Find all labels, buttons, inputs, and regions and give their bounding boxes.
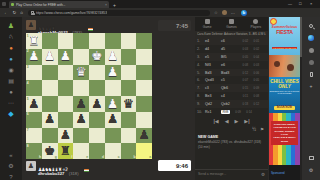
square-a6[interactable]: [136, 112, 152, 128]
lock-icon: [31, 11, 34, 13]
square-h2[interactable]: 2♟: [26, 49, 42, 65]
rank-label: 7: [27, 128, 29, 132]
square-c4[interactable]: [105, 80, 121, 96]
move-row[interactable]: 4.Nf3e60:080:03: [195, 61, 268, 69]
avatar[interactable]: ♟: [26, 161, 36, 171]
ad-footer: Sponsored: [269, 165, 300, 180]
address-bar[interactable]: https://www.chess.com/game/live/76983274…: [28, 10, 210, 16]
gear-icon[interactable]: ⚙: [308, 167, 314, 173]
square-a1[interactable]: [136, 33, 152, 49]
sidebar-item-news[interactable]: ▤: [0, 75, 22, 86]
edge-sidebar: + ⚙: [302, 17, 320, 180]
chat-input-row: Send a message... ⚙: [195, 169, 268, 178]
move-row[interactable]: 5.Bd3Bxd30:120:06: [195, 69, 268, 77]
rank-label: 8: [27, 144, 29, 148]
square-e7[interactable]: [73, 128, 89, 144]
shopping-icon[interactable]: [308, 47, 314, 53]
white-p-piece[interactable]: ♟: [105, 96, 121, 112]
move-number: 7.: [197, 86, 205, 90]
ad-header: Summerlicious FIESTA IT'S GOING TO BE FU…: [269, 17, 300, 55]
square-e6[interactable]: ♟: [73, 112, 89, 128]
top-player-clock: 7:45: [158, 20, 191, 31]
square-b5[interactable]: ♛: [121, 96, 137, 112]
resign-flag-icon[interactable]: ⚑: [260, 127, 264, 132]
ad-body: CHILL VIBES ONLY ENDLESS SPLASH IN THE S…: [269, 77, 300, 113]
square-b4[interactable]: [121, 80, 137, 96]
black-move-time: 0:12: [248, 102, 259, 106]
file-label: d: [102, 155, 104, 159]
square-f3[interactable]: [58, 65, 74, 81]
bottom-player-rating: (318): [69, 171, 79, 176]
square-e8[interactable]: e: [73, 143, 89, 159]
avatar[interactable]: ♟: [26, 20, 36, 30]
chesscom-favicon: [11, 3, 14, 6]
white-move[interactable]: d4: [205, 47, 221, 51]
square-a5[interactable]: [136, 96, 152, 112]
square-g4[interactable]: [42, 80, 58, 96]
white-p-piece[interactable]: ♟: [26, 49, 42, 65]
sort-icon[interactable]: ⇅: [263, 32, 266, 36]
ad-sponsored-label[interactable]: Sponsored: [271, 171, 285, 175]
square-h3[interactable]: 3: [26, 65, 42, 81]
last-move-button[interactable]: ▶|: [244, 118, 249, 124]
white-move[interactable]: c3: [205, 86, 221, 90]
square-f2[interactable]: ♟: [58, 49, 74, 65]
sidebar-item-play[interactable]: ♘: [0, 31, 22, 42]
square-c5[interactable]: ♟: [105, 96, 121, 112]
devices-icon[interactable]: [308, 155, 314, 161]
black-p-piece[interactable]: ♟: [73, 96, 89, 112]
square-e3[interactable]: ♛: [73, 65, 89, 81]
square-b2[interactable]: [121, 49, 137, 65]
person-icon: [253, 19, 258, 24]
black-move-time: 0:02: [248, 47, 259, 51]
white-move[interactable]: e4: [205, 39, 221, 43]
square-h6[interactable]: 6: [26, 112, 42, 128]
black-p-piece[interactable]: ♟: [136, 128, 152, 144]
top-captured-pieces: ♞♞♝♝♜: [38, 26, 55, 31]
ad-photo: [269, 55, 300, 77]
edge-copilot-icon[interactable]: b: [241, 10, 247, 16]
white-move[interactable]: Rc1: [205, 110, 221, 114]
board-icon: [205, 19, 210, 24]
sidebar-item-more[interactable]: ⋯: [0, 97, 22, 108]
white-move-time: 0:12: [237, 71, 248, 75]
plus-icon[interactable]: +: [308, 83, 314, 89]
square-h8[interactable]: 8h: [26, 143, 42, 159]
ad-line3: IT'S GOING TO BE FUN: [272, 47, 298, 49]
game-panel: Game Games Players Caro-Kann Defense: Ad…: [195, 17, 268, 180]
white-move-time: 0:09: [230, 110, 241, 114]
move-row[interactable]: 1.e4c60:020:01: [195, 37, 268, 45]
maximize-button[interactable]: □: [299, 1, 301, 6]
browser-toolbar: ← ↻ ⌂ https://www.chess.com/game/live/76…: [0, 8, 320, 17]
white-move-time: 0:03: [237, 47, 248, 51]
phone-icon[interactable]: [308, 71, 314, 77]
chat-input[interactable]: Send a message...: [198, 172, 261, 176]
sidebar-item-learn[interactable]: ●: [0, 53, 22, 64]
move-row[interactable]: 7.c3Qb60:150:09: [195, 84, 268, 92]
ad-logo: [270, 18, 277, 25]
move-row[interactable]: 9.Qd2Qxb20:180:12: [195, 100, 268, 108]
sidebar-item-chesscom-logo[interactable]: ♟: [0, 20, 22, 31]
white-move[interactable]: Qd2: [205, 102, 221, 106]
white-move-time: 0:07: [237, 78, 248, 82]
ad-book-now-button[interactable]: BOOK NOW: [274, 106, 295, 110]
black-q-piece[interactable]: ♛: [121, 96, 137, 112]
black-p-piece[interactable]: ♟: [26, 96, 42, 112]
move-number: 3.: [197, 55, 205, 59]
ad-subtext: ENDLESS SPLASH IN THE SUN THIS SUMMER: [269, 90, 300, 94]
black-r-piece[interactable]: ♜: [58, 143, 74, 159]
white-k-piece[interactable]: ♚: [89, 49, 105, 65]
square-h7[interactable]: 7: [26, 128, 42, 144]
square-a2[interactable]: [136, 49, 152, 65]
square-f1[interactable]: [58, 33, 74, 49]
square-g1[interactable]: [42, 33, 58, 49]
browser-titlebar: Play Chess Online for FREE with... × + —…: [0, 0, 320, 8]
close-tab-icon[interactable]: ×: [105, 3, 107, 7]
person-icon[interactable]: [308, 59, 314, 65]
square-f8[interactable]: f♜: [58, 143, 74, 159]
square-d4[interactable]: [89, 80, 105, 96]
square-g5[interactable]: [42, 96, 58, 112]
square-d6[interactable]: [89, 112, 105, 128]
chat-new-game-title: NEW GAME: [198, 135, 265, 139]
square-c1[interactable]: [105, 33, 121, 49]
next-move-button[interactable]: ▶: [235, 118, 239, 124]
black-move[interactable]: Bf5: [221, 55, 237, 59]
white-p-piece[interactable]: ♟: [105, 65, 121, 81]
square-b7[interactable]: [121, 128, 137, 144]
square-c2[interactable]: ♟: [105, 49, 121, 65]
ad-banner[interactable]: Summerlicious FIESTA IT'S GOING TO BE FU…: [269, 17, 300, 180]
url-text[interactable]: https://www.chess.com/game/live/76983274…: [36, 11, 108, 15]
square-f7[interactable]: ♟: [58, 128, 74, 144]
minimize-button[interactable]: —: [288, 1, 292, 6]
more-menu-icon[interactable]: …: [231, 10, 235, 15]
rank-label: 4: [27, 81, 29, 85]
flag-icon: [84, 169, 89, 172]
rank-label: 6: [27, 112, 29, 116]
rank-label: 3: [27, 65, 29, 69]
white-r-piece[interactable]: ♜: [26, 33, 42, 49]
move-number: 6.: [197, 78, 205, 82]
tab-games[interactable]: Games: [219, 17, 243, 31]
square-b1[interactable]: [121, 33, 137, 49]
black-move-time: 0:01: [248, 39, 259, 43]
square-e1[interactable]: [73, 33, 89, 49]
black-move[interactable]: Rf8: [221, 110, 230, 114]
square-h1[interactable]: 1♜: [26, 33, 42, 49]
black-move[interactable]: c5: [221, 78, 237, 82]
file-label: a: [149, 155, 151, 159]
white-move[interactable]: Be3: [205, 94, 221, 98]
panel-tabs: Game Games Players: [195, 17, 268, 31]
file-label: b: [133, 155, 135, 159]
square-d5[interactable]: ♟: [89, 96, 105, 112]
close-button[interactable]: ×: [310, 1, 312, 6]
ad-headline2: ONLY: [269, 84, 300, 89]
square-a4[interactable]: [136, 80, 152, 96]
black-move[interactable]: Bxd3: [221, 71, 237, 75]
black-p-piece[interactable]: ♟: [42, 112, 58, 128]
game-actions: ½ ⚑: [195, 126, 268, 133]
move-nav-controls: |◀ ◀ ▶ ▶|: [195, 116, 268, 126]
square-f6[interactable]: [58, 112, 74, 128]
square-g7[interactable]: [42, 128, 58, 144]
square-a8[interactable]: a: [136, 143, 152, 159]
square-c7[interactable]: [105, 128, 121, 144]
white-p-piece[interactable]: ♟: [105, 49, 121, 65]
black-move-time: 0:04: [248, 55, 259, 59]
black-move-time: 0:06: [248, 71, 259, 75]
file-label: c: [118, 155, 120, 159]
move-row[interactable]: 2.d4d50:030:02: [195, 45, 268, 53]
square-g6[interactable]: ♟: [42, 112, 58, 128]
move-number: 2.: [197, 47, 205, 51]
white-move[interactable]: e5: [205, 55, 221, 59]
chat-area: NEW GAME ekanshMu0022 (783) vs. dhrubabu…: [195, 133, 268, 151]
square-f5[interactable]: [58, 96, 74, 112]
bottom-captured-pieces: ♟♟♞♞♝♝♜ +2: [38, 167, 67, 172]
move-number: 8.: [197, 94, 205, 98]
chat-time-control-line: (10 min): [198, 145, 265, 149]
white-p-piece[interactable]: ♟: [58, 49, 74, 65]
search-icon[interactable]: [308, 23, 314, 29]
workspace-icon[interactable]: [2, 2, 6, 6]
white-move-time: 0:05: [237, 55, 248, 59]
copilot-icon[interactable]: [308, 35, 314, 41]
square-b3[interactable]: [121, 65, 137, 81]
white-p-piece[interactable]: ♟: [42, 49, 58, 65]
black-move[interactable]: c4: [221, 94, 237, 98]
archive-icon: [229, 19, 234, 24]
square-e2[interactable]: [73, 49, 89, 65]
move-number: 10.: [197, 110, 205, 114]
move-number: 4.: [197, 63, 205, 67]
square-f4[interactable]: [58, 80, 74, 96]
first-move-button[interactable]: |◀: [213, 118, 218, 124]
square-a3[interactable]: [136, 65, 152, 81]
white-move-time: 0:18: [237, 102, 248, 106]
black-p-piece[interactable]: ♟: [58, 128, 74, 144]
square-a7[interactable]: ♟: [136, 128, 152, 144]
sidebar-item-help[interactable]: ?: [0, 171, 22, 180]
sidebar-item-social[interactable]: ●: [0, 86, 22, 97]
square-e5[interactable]: ♟: [73, 96, 89, 112]
square-d2[interactable]: ♚: [89, 49, 105, 65]
black-p-piece[interactable]: ♟: [73, 112, 89, 128]
ad-line2: FIESTA: [269, 29, 300, 35]
square-e4[interactable]: [73, 80, 89, 96]
move-row[interactable]: 10.Rc1Rf80:090:14: [195, 108, 268, 116]
square-g2[interactable]: ♟: [42, 49, 58, 65]
file-label: h: [39, 155, 41, 159]
chesscom-sidebar: ♟♘●●◉▤●⋯◆«⚙?: [0, 17, 22, 180]
white-move-time: 0:11: [237, 94, 248, 98]
square-b6[interactable]: [121, 112, 137, 128]
white-move-time: 0:15: [237, 86, 248, 90]
black-move-time: 0:14: [241, 110, 252, 114]
white-move[interactable]: Nf3: [205, 63, 221, 67]
sidebar-item-puzzles[interactable]: ●: [0, 42, 22, 53]
black-p-piece[interactable]: ♟: [105, 112, 121, 128]
white-q-piece[interactable]: ♛: [73, 65, 89, 81]
back-icon[interactable]: ←: [4, 10, 9, 15]
chat-settings-gear-icon[interactable]: ⚙: [261, 172, 265, 177]
white-move-time: 0:08: [237, 63, 248, 67]
opening-name: Caro-Kann Defense: Advance Variation, 3.…: [197, 32, 263, 36]
sidebar-item-trial[interactable]: ◆: [0, 108, 22, 119]
chat-players-line: ekanshMu0022 (783) vs. dhrubabu327 (318): [198, 140, 265, 144]
black-move[interactable]: Qb6: [221, 86, 237, 90]
move-number: 9.: [197, 102, 205, 106]
square-d8[interactable]: d: [89, 143, 105, 159]
black-p-piece[interactable]: ♟: [89, 96, 105, 112]
black-move-time: 0:08: [248, 94, 259, 98]
black-move[interactable]: e6: [221, 63, 237, 67]
bottom-player-clock: 9:46: [158, 160, 191, 171]
black-k-piece[interactable]: ♚: [42, 143, 58, 159]
black-move-time: 0:05: [248, 78, 259, 82]
tab-players[interactable]: Players: [244, 17, 268, 31]
white-move-time: 0:02: [237, 39, 248, 43]
square-d1[interactable]: [89, 33, 105, 49]
move-number: 1.: [197, 39, 205, 43]
square-g8[interactable]: g♚: [42, 143, 58, 159]
ad-details-box: THRILLING RIDES, ACROBATIC & LIVE SHOWS,…: [271, 121, 298, 145]
move-row[interactable]: 6.Qxd3c50:070:05: [195, 76, 268, 84]
sidebar-item-settings[interactable]: ⚙: [0, 160, 22, 171]
black-move-time: 0:09: [248, 86, 259, 90]
tab-title: Play Chess Online for FREE with...: [16, 3, 103, 7]
move-number: 5.: [197, 71, 205, 75]
white-move[interactable]: Bd3: [205, 71, 221, 75]
chess-board[interactable]: 1♜2♟♟♟♚♟3♛♟45♟♟♟♟♛6♟♟♟7♟♟8hg♚f♜edcba: [26, 33, 152, 159]
ad-stripes: THRILLING RIDES, ACROBATIC & LIVE SHOWS,…: [269, 113, 300, 165]
square-h4[interactable]: 4: [26, 80, 42, 96]
move-row[interactable]: 3.e5Bf50:050:04: [195, 53, 268, 61]
black-move[interactable]: d5: [221, 47, 237, 51]
draw-offer-button[interactable]: ½: [252, 127, 256, 132]
white-move[interactable]: Qxd3: [205, 78, 221, 82]
tab-game[interactable]: Game: [195, 17, 219, 31]
black-move[interactable]: Qxb2: [221, 102, 237, 106]
sidebar-item-collapse[interactable]: «: [0, 149, 22, 160]
move-list[interactable]: 1.e4c60:020:012.d4d50:030:023.e5Bf50:050…: [195, 37, 268, 116]
home-icon[interactable]: ⌂: [20, 10, 23, 15]
prev-move-button[interactable]: ◀: [225, 118, 229, 124]
sidebar-item-watch[interactable]: ◉: [0, 64, 22, 75]
black-move-time: 0:03: [248, 63, 259, 67]
square-c8[interactable]: c: [105, 143, 121, 159]
square-h5[interactable]: 5♟: [26, 96, 42, 112]
move-row[interactable]: 8.Be3c40:110:08: [195, 92, 268, 100]
square-c3[interactable]: ♟: [105, 65, 121, 81]
square-g3[interactable]: [42, 65, 58, 81]
file-label: e: [86, 155, 88, 159]
profile-avatar-icon[interactable]: [222, 10, 227, 15]
square-d3[interactable]: [89, 65, 105, 81]
square-d7[interactable]: [89, 128, 105, 144]
square-b8[interactable]: b: [121, 143, 137, 159]
favorites-star-icon[interactable]: ☆: [214, 10, 218, 15]
flag-icon: [88, 28, 93, 31]
black-move[interactable]: c6: [221, 39, 237, 43]
browser-tab[interactable]: Play Chess Online for FREE with... ×: [9, 1, 109, 8]
browser-window: Play Chess Online for FREE with... × + —…: [0, 0, 320, 180]
refresh-icon[interactable]: ↻: [13, 10, 17, 15]
square-c6[interactable]: ♟: [105, 112, 121, 128]
